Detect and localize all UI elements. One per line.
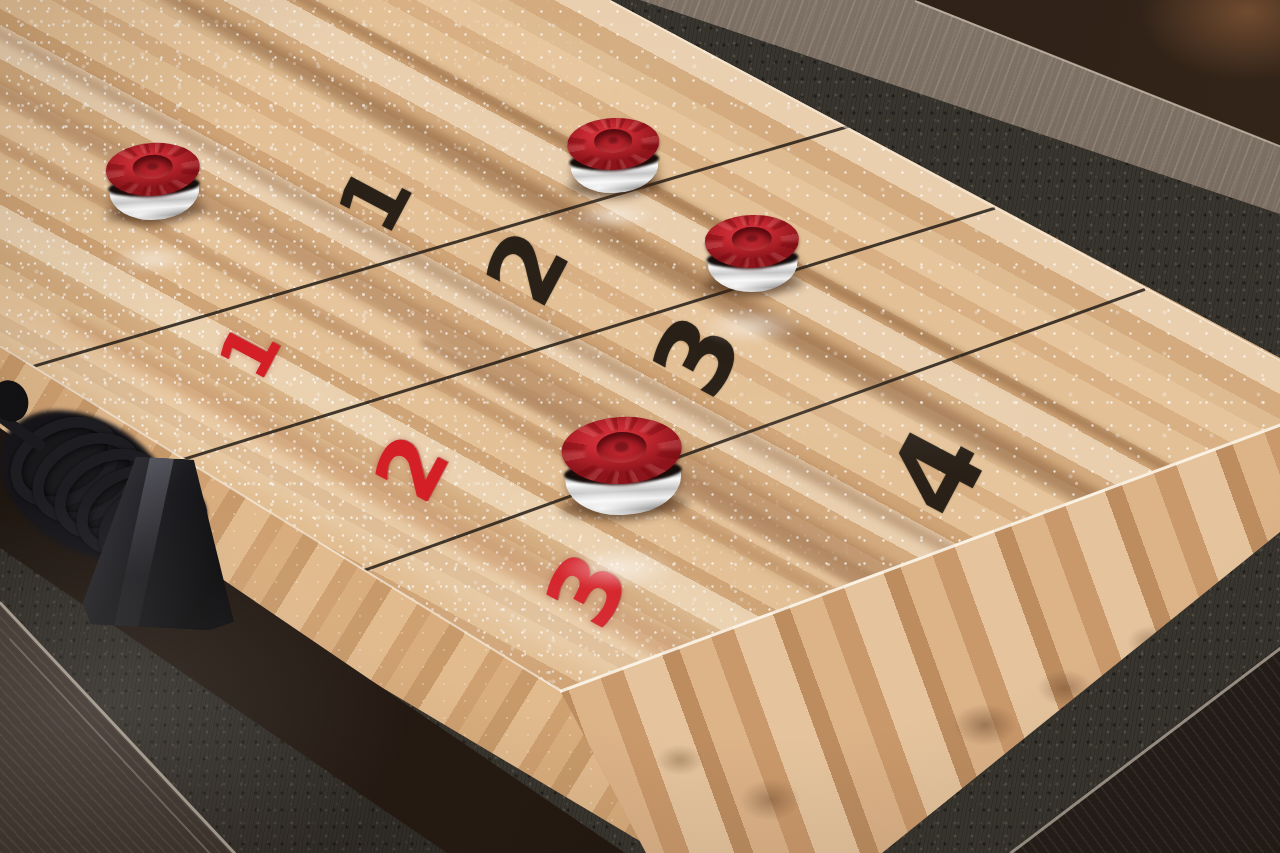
shuffleboard-table-photo: 1 2 3 4 1 2 3 bbox=[0, 0, 1280, 853]
zone-label-black-1: 1 bbox=[324, 154, 426, 245]
zone-label-red-1: 1 bbox=[208, 314, 293, 390]
puck-cap-recess bbox=[593, 128, 633, 154]
puck-cap-recess bbox=[596, 430, 648, 464]
puck-cap-recess bbox=[732, 226, 772, 252]
puck-cap-recess bbox=[132, 153, 173, 180]
